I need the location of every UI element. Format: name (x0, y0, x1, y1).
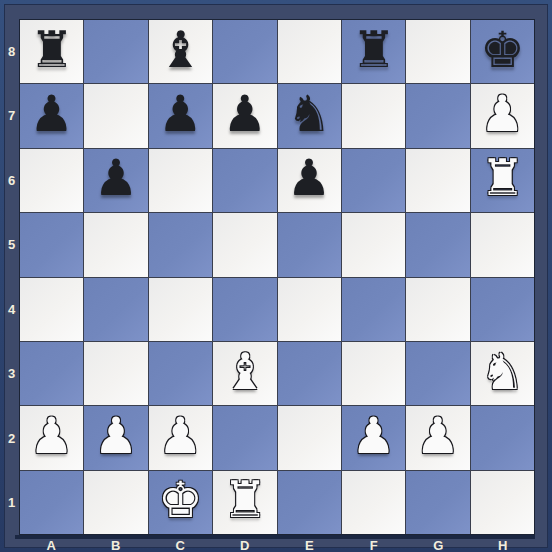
square-g2[interactable]: ♟ (406, 406, 469, 469)
rank-label-1: 1 (4, 471, 19, 536)
square-f1[interactable] (342, 471, 405, 534)
square-c1[interactable]: ♚ (149, 471, 212, 534)
square-h1[interactable] (471, 471, 534, 534)
square-c5[interactable] (149, 213, 212, 276)
square-h4[interactable] (471, 278, 534, 341)
rank-label-8: 8 (4, 19, 19, 84)
square-g8[interactable] (406, 20, 469, 83)
square-a4[interactable] (20, 278, 83, 341)
square-g4[interactable] (406, 278, 469, 341)
square-e5[interactable] (278, 213, 341, 276)
square-d7[interactable]: ♟ (213, 84, 276, 147)
rank-labels: 87654321 (4, 19, 19, 535)
piece-white-pawn[interactable]: ♟ (351, 411, 396, 461)
piece-white-king[interactable]: ♚ (158, 475, 203, 525)
square-b8[interactable] (84, 20, 147, 83)
file-label-g: G (406, 539, 471, 552)
square-b5[interactable] (84, 213, 147, 276)
square-d2[interactable] (213, 406, 276, 469)
square-d3[interactable]: ♝ (213, 342, 276, 405)
square-b4[interactable] (84, 278, 147, 341)
square-g7[interactable] (406, 84, 469, 147)
piece-black-rook[interactable]: ♜ (351, 25, 396, 75)
square-d8[interactable] (213, 20, 276, 83)
square-f5[interactable] (342, 213, 405, 276)
piece-black-knight[interactable]: ♞ (287, 89, 332, 139)
piece-white-knight[interactable]: ♞ (480, 347, 525, 397)
piece-black-pawn[interactable]: ♟ (158, 89, 203, 139)
square-h5[interactable] (471, 213, 534, 276)
square-a7[interactable]: ♟ (20, 84, 83, 147)
piece-black-pawn[interactable]: ♟ (94, 153, 139, 203)
square-c4[interactable] (149, 278, 212, 341)
square-c2[interactable]: ♟ (149, 406, 212, 469)
square-b1[interactable] (84, 471, 147, 534)
square-b2[interactable]: ♟ (84, 406, 147, 469)
square-e6[interactable]: ♟ (278, 149, 341, 212)
square-g5[interactable] (406, 213, 469, 276)
square-h3[interactable]: ♞ (471, 342, 534, 405)
piece-black-king[interactable]: ♚ (480, 25, 525, 75)
piece-white-bishop[interactable]: ♝ (222, 347, 267, 397)
piece-black-rook[interactable]: ♜ (29, 25, 74, 75)
square-e8[interactable] (278, 20, 341, 83)
file-label-h: H (471, 539, 536, 552)
piece-black-pawn[interactable]: ♟ (29, 89, 74, 139)
square-e4[interactable] (278, 278, 341, 341)
piece-white-pawn[interactable]: ♟ (94, 411, 139, 461)
rank-label-5: 5 (4, 213, 19, 278)
file-label-d: D (213, 539, 278, 552)
square-a3[interactable] (20, 342, 83, 405)
square-e1[interactable] (278, 471, 341, 534)
square-a8[interactable]: ♜ (20, 20, 83, 83)
square-a1[interactable] (20, 471, 83, 534)
square-a5[interactable] (20, 213, 83, 276)
square-f4[interactable] (342, 278, 405, 341)
square-f7[interactable] (342, 84, 405, 147)
square-e3[interactable] (278, 342, 341, 405)
square-f3[interactable] (342, 342, 405, 405)
rank-label-3: 3 (4, 342, 19, 407)
piece-black-pawn[interactable]: ♟ (222, 89, 267, 139)
square-f6[interactable] (342, 149, 405, 212)
square-h7[interactable]: ♟ (471, 84, 534, 147)
file-label-a: A (19, 539, 84, 552)
rank-label-4: 4 (4, 277, 19, 342)
file-labels: ABCDEFGH (19, 539, 535, 552)
square-d4[interactable] (213, 278, 276, 341)
square-g6[interactable] (406, 149, 469, 212)
rank-label-2: 2 (4, 406, 19, 471)
square-c6[interactable] (149, 149, 212, 212)
square-h2[interactable] (471, 406, 534, 469)
square-a6[interactable] (20, 149, 83, 212)
square-e2[interactable] (278, 406, 341, 469)
rank-label-7: 7 (4, 84, 19, 149)
square-a2[interactable]: ♟ (20, 406, 83, 469)
file-label-c: C (148, 539, 213, 552)
piece-black-bishop[interactable]: ♝ (158, 25, 203, 75)
square-f2[interactable]: ♟ (342, 406, 405, 469)
square-b7[interactable] (84, 84, 147, 147)
square-c3[interactable] (149, 342, 212, 405)
square-d6[interactable] (213, 149, 276, 212)
square-e7[interactable]: ♞ (278, 84, 341, 147)
file-label-e: E (277, 539, 342, 552)
square-f8[interactable]: ♜ (342, 20, 405, 83)
file-label-b: B (84, 539, 149, 552)
chess-board: ♜♝♜♚♟♟♟♞♟♟♟♜♝♞♟♟♟♟♟♚♜ (19, 19, 535, 535)
square-c7[interactable]: ♟ (149, 84, 212, 147)
piece-white-pawn[interactable]: ♟ (480, 89, 525, 139)
board-frame: ♜♝♜♚♟♟♟♞♟♟♟♜♝♞♟♟♟♟♟♚♜ 87654321 ABCDEFGH (0, 0, 552, 552)
square-d1[interactable]: ♜ (213, 471, 276, 534)
square-b3[interactable] (84, 342, 147, 405)
square-c8[interactable]: ♝ (149, 20, 212, 83)
rank-label-6: 6 (4, 148, 19, 213)
piece-white-rook[interactable]: ♜ (222, 475, 267, 525)
piece-white-pawn[interactable]: ♟ (158, 411, 203, 461)
board-gutter: ♜♝♜♚♟♟♟♞♟♟♟♜♝♞♟♟♟♟♟♚♜ 87654321 ABCDEFGH (4, 4, 548, 548)
piece-black-pawn[interactable]: ♟ (287, 153, 332, 203)
square-d5[interactable] (213, 213, 276, 276)
square-h6[interactable]: ♜ (471, 149, 534, 212)
piece-white-pawn[interactable]: ♟ (29, 411, 74, 461)
piece-white-pawn[interactable]: ♟ (416, 411, 461, 461)
piece-white-rook[interactable]: ♜ (480, 153, 525, 203)
square-g3[interactable] (406, 342, 469, 405)
square-b6[interactable]: ♟ (84, 149, 147, 212)
square-g1[interactable] (406, 471, 469, 534)
square-h8[interactable]: ♚ (471, 20, 534, 83)
file-label-f: F (342, 539, 407, 552)
